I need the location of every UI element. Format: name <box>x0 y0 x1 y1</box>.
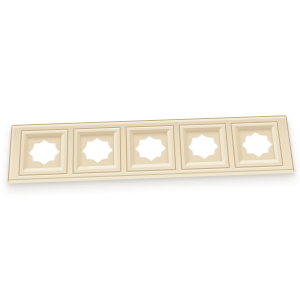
module-recess <box>77 131 118 170</box>
frame-module-4 <box>178 123 229 170</box>
frame-module-2 <box>73 127 122 174</box>
scalloped-aperture-icon <box>186 131 221 162</box>
module-recess <box>130 129 172 168</box>
module-recess <box>235 125 279 164</box>
photo-canvas <box>0 0 300 300</box>
scalloped-aperture-icon <box>81 134 114 165</box>
module-recess <box>23 133 65 172</box>
scalloped-aperture-icon <box>134 132 168 163</box>
frame-module-3 <box>126 125 176 172</box>
frame-module-1 <box>18 129 68 176</box>
switch-frame <box>8 115 295 183</box>
frame-module-5 <box>230 121 283 168</box>
scalloped-aperture-icon <box>27 136 61 168</box>
module-recess <box>182 127 225 166</box>
scalloped-aperture-icon <box>239 129 275 160</box>
